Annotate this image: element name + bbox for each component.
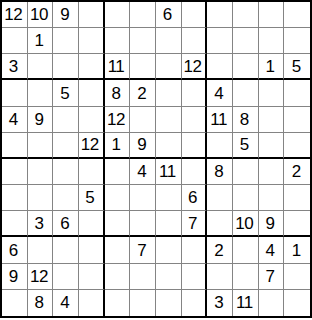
cell-r5c7-empty[interactable] bbox=[156, 107, 182, 133]
cell-r5c5-given[interactable]: 12 bbox=[105, 107, 131, 133]
cell-r5c1-given[interactable]: 4 bbox=[2, 107, 28, 133]
cell-r10c10-empty[interactable] bbox=[233, 237, 259, 263]
cell-r1c5-empty[interactable] bbox=[105, 2, 131, 28]
cell-r12c12-empty[interactable] bbox=[284, 290, 310, 316]
cell-r12c5-empty[interactable] bbox=[105, 290, 131, 316]
cell-r8c3-empty[interactable] bbox=[53, 185, 79, 211]
cell-r3c3-empty[interactable] bbox=[53, 54, 79, 80]
cell-r1c4-empty[interactable] bbox=[79, 2, 105, 28]
cell-r11c12-empty[interactable] bbox=[284, 264, 310, 290]
cell-r7c12-given[interactable]: 2 bbox=[284, 159, 310, 185]
cell-r7c11-empty[interactable] bbox=[259, 159, 285, 185]
cell-r6c9-empty[interactable] bbox=[207, 133, 233, 159]
cell-r1c8-empty[interactable] bbox=[182, 2, 208, 28]
cell-r3c7-empty[interactable] bbox=[156, 54, 182, 80]
cell-r1c12-empty[interactable] bbox=[284, 2, 310, 28]
cell-r12c9-given[interactable]: 3 bbox=[207, 290, 233, 316]
cell-r4c6-given[interactable]: 2 bbox=[130, 80, 156, 106]
cell-r10c5-empty[interactable] bbox=[105, 237, 131, 263]
cell-r12c6-empty[interactable] bbox=[130, 290, 156, 316]
cell-r10c6-given[interactable]: 7 bbox=[130, 237, 156, 263]
cell-r7c1-empty[interactable] bbox=[2, 159, 28, 185]
cell-r1c10-empty[interactable] bbox=[233, 2, 259, 28]
cell-r8c8-given[interactable]: 6 bbox=[182, 185, 208, 211]
cell-r2c5-empty[interactable] bbox=[105, 28, 131, 54]
cell-r10c1-given[interactable]: 6 bbox=[2, 237, 28, 263]
cell-r6c12-empty[interactable] bbox=[284, 133, 310, 159]
cell-r5c12-empty[interactable] bbox=[284, 107, 310, 133]
cell-r6c11-empty[interactable] bbox=[259, 133, 285, 159]
cell-r11c5-empty[interactable] bbox=[105, 264, 131, 290]
cell-r9c5-empty[interactable] bbox=[105, 211, 131, 237]
cell-r6c5-given[interactable]: 1 bbox=[105, 133, 131, 159]
cell-r3c11-given[interactable]: 1 bbox=[259, 54, 285, 80]
cell-r4c12-empty[interactable] bbox=[284, 80, 310, 106]
cell-r8c9-empty[interactable] bbox=[207, 185, 233, 211]
cell-r11c4-empty[interactable] bbox=[79, 264, 105, 290]
cell-r4c8-empty[interactable] bbox=[182, 80, 208, 106]
cell-r10c7-empty[interactable] bbox=[156, 237, 182, 263]
cell-r1c9-empty[interactable] bbox=[207, 2, 233, 28]
cell-r12c4-empty[interactable] bbox=[79, 290, 105, 316]
cell-r2c9-empty[interactable] bbox=[207, 28, 233, 54]
cell-r9c1-empty[interactable] bbox=[2, 211, 28, 237]
cell-r4c2-empty[interactable] bbox=[28, 80, 54, 106]
cell-r5c10-given[interactable]: 8 bbox=[233, 107, 259, 133]
cell-r8c5-empty[interactable] bbox=[105, 185, 131, 211]
cell-r1c6-empty[interactable] bbox=[130, 2, 156, 28]
cell-r2c7-empty[interactable] bbox=[156, 28, 182, 54]
cell-r7c10-empty[interactable] bbox=[233, 159, 259, 185]
cell-r6c4-given[interactable]: 12 bbox=[79, 133, 105, 159]
cell-r8c6-empty[interactable] bbox=[130, 185, 156, 211]
cell-r9c4-empty[interactable] bbox=[79, 211, 105, 237]
cell-r10c8-empty[interactable] bbox=[182, 237, 208, 263]
cell-r3c12-given[interactable]: 5 bbox=[284, 54, 310, 80]
cell-r6c7-empty[interactable] bbox=[156, 133, 182, 159]
cell-r12c8-empty[interactable] bbox=[182, 290, 208, 316]
cell-r10c12-given[interactable]: 1 bbox=[284, 237, 310, 263]
cell-r1c7-given[interactable]: 6 bbox=[156, 2, 182, 28]
cell-r10c4-empty[interactable] bbox=[79, 237, 105, 263]
cell-r2c12-empty[interactable] bbox=[284, 28, 310, 54]
cell-r8c1-empty[interactable] bbox=[2, 185, 28, 211]
cell-r2c10-empty[interactable] bbox=[233, 28, 259, 54]
cell-r9c10-given[interactable]: 10 bbox=[233, 211, 259, 237]
cell-r11c2-given[interactable]: 12 bbox=[28, 264, 54, 290]
cell-r4c10-empty[interactable] bbox=[233, 80, 259, 106]
cell-r1c11-empty[interactable] bbox=[259, 2, 285, 28]
cell-r5c4-empty[interactable] bbox=[79, 107, 105, 133]
cell-r5c3-empty[interactable] bbox=[53, 107, 79, 133]
cell-r8c11-empty[interactable] bbox=[259, 185, 285, 211]
cell-r8c2-empty[interactable] bbox=[28, 185, 54, 211]
cell-r2c6-empty[interactable] bbox=[130, 28, 156, 54]
cell-r2c8-empty[interactable] bbox=[182, 28, 208, 54]
cell-r6c3-empty[interactable] bbox=[53, 133, 79, 159]
cell-r9c3-given[interactable]: 6 bbox=[53, 211, 79, 237]
cell-r7c3-empty[interactable] bbox=[53, 159, 79, 185]
cell-r12c1-empty[interactable] bbox=[2, 290, 28, 316]
cell-r6c2-empty[interactable] bbox=[28, 133, 54, 159]
cell-r7c4-empty[interactable] bbox=[79, 159, 105, 185]
cell-r3c6-empty[interactable] bbox=[130, 54, 156, 80]
cell-r9c6-empty[interactable] bbox=[130, 211, 156, 237]
cell-r2c3-empty[interactable] bbox=[53, 28, 79, 54]
cell-r6c1-empty[interactable] bbox=[2, 133, 28, 159]
cell-r3c8-given[interactable]: 12 bbox=[182, 54, 208, 80]
cell-r7c9-given[interactable]: 8 bbox=[207, 159, 233, 185]
cell-r10c9-given[interactable]: 2 bbox=[207, 237, 233, 263]
cell-r4c1-empty[interactable] bbox=[2, 80, 28, 106]
cell-r10c11-given[interactable]: 4 bbox=[259, 237, 285, 263]
cell-r12c2-given[interactable]: 8 bbox=[28, 290, 54, 316]
cell-r4c9-given[interactable]: 4 bbox=[207, 80, 233, 106]
cell-r3c9-empty[interactable] bbox=[207, 54, 233, 80]
cell-r12c7-empty[interactable] bbox=[156, 290, 182, 316]
cell-r3c10-empty[interactable] bbox=[233, 54, 259, 80]
cell-r4c7-empty[interactable] bbox=[156, 80, 182, 106]
cell-r12c10-given[interactable]: 11 bbox=[233, 290, 259, 316]
cell-r1c1-given[interactable]: 12 bbox=[2, 2, 28, 28]
cell-r3c1-given[interactable]: 3 bbox=[2, 54, 28, 80]
cell-r2c4-empty[interactable] bbox=[79, 28, 105, 54]
cell-r6c6-given[interactable]: 9 bbox=[130, 133, 156, 159]
cell-r2c11-empty[interactable] bbox=[259, 28, 285, 54]
cell-r10c2-empty[interactable] bbox=[28, 237, 54, 263]
cell-r5c9-given[interactable]: 11 bbox=[207, 107, 233, 133]
cell-r11c3-empty[interactable] bbox=[53, 264, 79, 290]
cell-r12c3-given[interactable]: 4 bbox=[53, 290, 79, 316]
cell-r1c3-given[interactable]: 9 bbox=[53, 2, 79, 28]
cell-r9c8-given[interactable]: 7 bbox=[182, 211, 208, 237]
cell-r11c1-given[interactable]: 9 bbox=[2, 264, 28, 290]
cell-r3c2-empty[interactable] bbox=[28, 54, 54, 80]
cell-r9c12-empty[interactable] bbox=[284, 211, 310, 237]
cell-r4c11-empty[interactable] bbox=[259, 80, 285, 106]
cell-r7c2-empty[interactable] bbox=[28, 159, 54, 185]
cell-r11c10-empty[interactable] bbox=[233, 264, 259, 290]
cell-r7c7-given[interactable]: 11 bbox=[156, 159, 182, 185]
cell-r12c11-empty[interactable] bbox=[259, 290, 285, 316]
sudoku-board: 1210961311121558244912118121954118256367… bbox=[0, 0, 312, 318]
cell-r7c6-given[interactable]: 4 bbox=[130, 159, 156, 185]
cell-r3c4-empty[interactable] bbox=[79, 54, 105, 80]
cell-r9c7-empty[interactable] bbox=[156, 211, 182, 237]
cell-r9c2-given[interactable]: 3 bbox=[28, 211, 54, 237]
sudoku-page: 1210961311121558244912118121954118256367… bbox=[0, 0, 312, 320]
cell-r8c4-given[interactable]: 5 bbox=[79, 185, 105, 211]
cell-r7c8-empty[interactable] bbox=[182, 159, 208, 185]
cell-r1c2-given[interactable]: 10 bbox=[28, 2, 54, 28]
cell-r5c11-empty[interactable] bbox=[259, 107, 285, 133]
cell-r4c5-given[interactable]: 8 bbox=[105, 80, 131, 106]
cell-r8c10-empty[interactable] bbox=[233, 185, 259, 211]
cell-r5c8-empty[interactable] bbox=[182, 107, 208, 133]
cell-r6c10-given[interactable]: 5 bbox=[233, 133, 259, 159]
cell-r6c8-empty[interactable] bbox=[182, 133, 208, 159]
cell-r11c8-empty[interactable] bbox=[182, 264, 208, 290]
cell-r4c4-empty[interactable] bbox=[79, 80, 105, 106]
cell-r9c9-empty[interactable] bbox=[207, 211, 233, 237]
cell-r3c5-given[interactable]: 11 bbox=[105, 54, 131, 80]
cell-r8c7-empty[interactable] bbox=[156, 185, 182, 211]
cell-r10c3-empty[interactable] bbox=[53, 237, 79, 263]
cell-r5c2-given[interactable]: 9 bbox=[28, 107, 54, 133]
cell-r4c3-given[interactable]: 5 bbox=[53, 80, 79, 106]
cell-r11c11-given[interactable]: 7 bbox=[259, 264, 285, 290]
cell-r2c1-empty[interactable] bbox=[2, 28, 28, 54]
cell-r7c5-empty[interactable] bbox=[105, 159, 131, 185]
cell-r11c7-empty[interactable] bbox=[156, 264, 182, 290]
cell-r11c9-empty[interactable] bbox=[207, 264, 233, 290]
cell-r5c6-empty[interactable] bbox=[130, 107, 156, 133]
cell-r11c6-empty[interactable] bbox=[130, 264, 156, 290]
cell-r2c2-given[interactable]: 1 bbox=[28, 28, 54, 54]
cell-r9c11-given[interactable]: 9 bbox=[259, 211, 285, 237]
cell-r8c12-empty[interactable] bbox=[284, 185, 310, 211]
